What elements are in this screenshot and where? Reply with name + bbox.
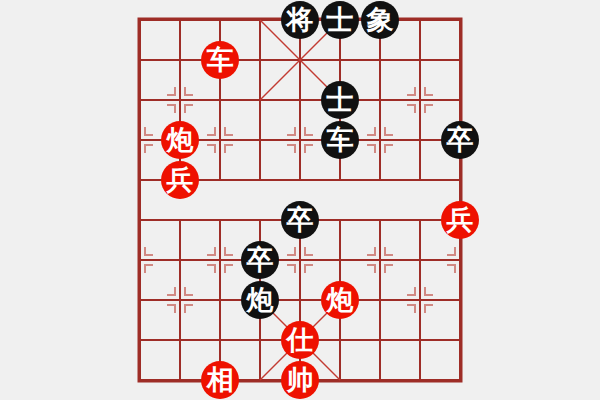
red-general[interactable]: 帅: [281, 361, 319, 399]
xiangqi-app: 将士象车士炮车卒兵卒兵卒炮炮仕相帅: [0, 0, 600, 400]
red-soldier-1[interactable]: 兵: [161, 161, 199, 199]
black-soldier-3[interactable]: 卒: [241, 241, 279, 279]
black-soldier-1[interactable]: 卒: [441, 121, 479, 159]
black-soldier-2[interactable]: 卒: [281, 201, 319, 239]
red-chariot[interactable]: 车: [201, 41, 239, 79]
black-elephant[interactable]: 象: [361, 1, 399, 39]
black-advisor-1[interactable]: 士: [321, 1, 359, 39]
red-advisor[interactable]: 仕: [281, 321, 319, 359]
black-cannon[interactable]: 炮: [241, 281, 279, 319]
black-chariot[interactable]: 车: [321, 121, 359, 159]
black-general[interactable]: 将: [281, 1, 319, 39]
black-advisor-2[interactable]: 士: [321, 81, 359, 119]
red-cannon-2[interactable]: 炮: [321, 281, 359, 319]
red-cannon-1[interactable]: 炮: [161, 121, 199, 159]
red-soldier-2[interactable]: 兵: [441, 201, 479, 239]
pieces-layer: 将士象车士炮车卒兵卒兵卒炮炮仕相帅: [120, 0, 480, 400]
red-elephant[interactable]: 相: [201, 361, 239, 399]
